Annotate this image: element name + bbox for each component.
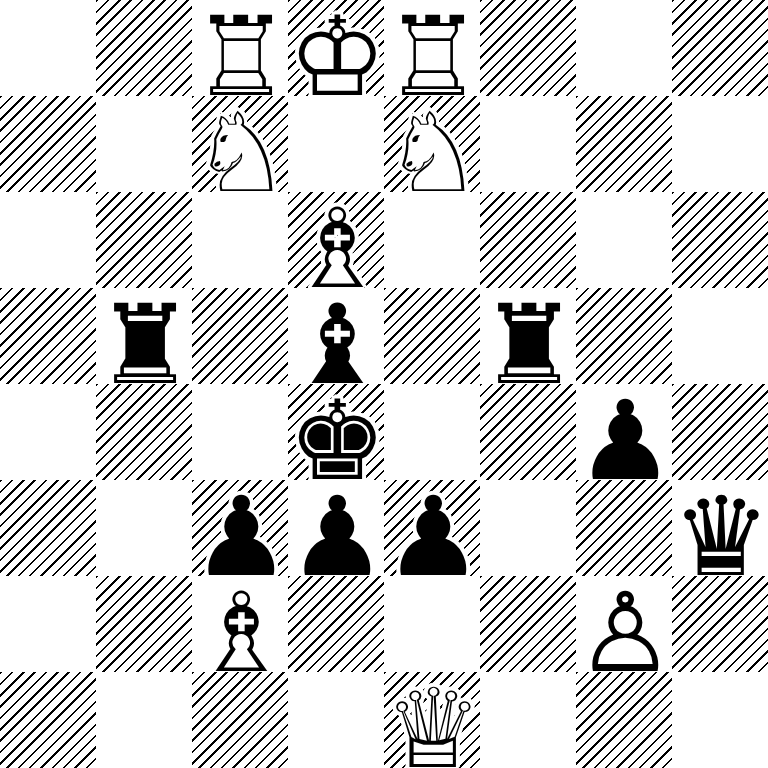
square-h2[interactable]: [672, 576, 768, 672]
white-queen-icon: ♕: [384, 674, 483, 768]
piece-black-pawn-c3[interactable]: ♟♟: [192, 480, 288, 576]
piece-white-bishop-d6[interactable]: ♝♗: [288, 192, 384, 288]
square-c4[interactable]: [192, 384, 288, 480]
square-g6[interactable]: [576, 192, 672, 288]
piece-black-king-d4[interactable]: ♚♚: [288, 384, 384, 480]
piece-black-rook-f5[interactable]: ♜♜: [480, 288, 576, 384]
piece-black-bishop-d5[interactable]: ♝♝: [288, 288, 384, 384]
square-e1[interactable]: ♛♕: [384, 672, 480, 768]
square-e8[interactable]: ♜♖: [384, 0, 480, 96]
square-h5[interactable]: [672, 288, 768, 384]
square-g7[interactable]: [576, 96, 672, 192]
square-c2[interactable]: ♝♗: [192, 576, 288, 672]
square-a7[interactable]: [0, 96, 96, 192]
square-b8[interactable]: [96, 0, 192, 96]
square-a4[interactable]: [0, 384, 96, 480]
square-h1[interactable]: [672, 672, 768, 768]
square-f2[interactable]: [480, 576, 576, 672]
square-d2[interactable]: [288, 576, 384, 672]
square-f1[interactable]: [480, 672, 576, 768]
square-e2[interactable]: [384, 576, 480, 672]
square-f3[interactable]: [480, 480, 576, 576]
piece-white-knight-e7[interactable]: ♞♘: [384, 96, 480, 192]
square-e4[interactable]: [384, 384, 480, 480]
square-d8[interactable]: ♚♔: [288, 0, 384, 96]
square-c1[interactable]: [192, 672, 288, 768]
square-b2[interactable]: [96, 576, 192, 672]
chessboard: ♜♖♚♔♜♖♞♘♞♘♝♗♜♜♝♝♜♜♚♚♟♟♟♟♟♟♟♟♛♛♝♗♟♙♛♕: [0, 0, 768, 768]
piece-white-pawn-g2[interactable]: ♟♙: [576, 576, 672, 672]
square-g5[interactable]: [576, 288, 672, 384]
square-d5[interactable]: ♝♝: [288, 288, 384, 384]
square-b1[interactable]: [96, 672, 192, 768]
piece-white-knight-c7[interactable]: ♞♘: [192, 96, 288, 192]
piece-white-rook-e8[interactable]: ♜♖: [384, 0, 480, 96]
square-d1[interactable]: [288, 672, 384, 768]
square-h3[interactable]: ♛♛: [672, 480, 768, 576]
square-a8[interactable]: [0, 0, 96, 96]
square-c7[interactable]: ♞♘: [192, 96, 288, 192]
square-a6[interactable]: [0, 192, 96, 288]
square-f8[interactable]: [480, 0, 576, 96]
piece-black-pawn-g4[interactable]: ♟♟: [576, 384, 672, 480]
piece-white-king-d8[interactable]: ♚♔: [288, 0, 384, 96]
square-a1[interactable]: [0, 672, 96, 768]
square-e5[interactable]: [384, 288, 480, 384]
square-g3[interactable]: [576, 480, 672, 576]
square-d4[interactable]: ♚♚: [288, 384, 384, 480]
square-e7[interactable]: ♞♘: [384, 96, 480, 192]
square-b7[interactable]: [96, 96, 192, 192]
square-g4[interactable]: ♟♟: [576, 384, 672, 480]
square-h8[interactable]: [672, 0, 768, 96]
square-d6[interactable]: ♝♗: [288, 192, 384, 288]
square-f5[interactable]: ♜♜: [480, 288, 576, 384]
square-f4[interactable]: [480, 384, 576, 480]
piece-black-pawn-e3[interactable]: ♟♟: [384, 480, 480, 576]
square-h7[interactable]: [672, 96, 768, 192]
square-c8[interactable]: ♜♖: [192, 0, 288, 96]
square-g1[interactable]: [576, 672, 672, 768]
square-b5[interactable]: ♜♜: [96, 288, 192, 384]
square-b3[interactable]: [96, 480, 192, 576]
square-e6[interactable]: [384, 192, 480, 288]
piece-black-queen-h3[interactable]: ♛♛: [672, 480, 768, 576]
square-f6[interactable]: [480, 192, 576, 288]
square-c3[interactable]: ♟♟: [192, 480, 288, 576]
square-g8[interactable]: [576, 0, 672, 96]
square-b6[interactable]: [96, 192, 192, 288]
piece-black-rook-b5[interactable]: ♜♜: [96, 288, 192, 384]
piece-white-rook-c8[interactable]: ♜♖: [192, 0, 288, 96]
square-g2[interactable]: ♟♙: [576, 576, 672, 672]
piece-white-bishop-c2[interactable]: ♝♗: [192, 576, 288, 672]
piece-white-queen-e1[interactable]: ♛♕: [384, 672, 480, 768]
square-d7[interactable]: [288, 96, 384, 192]
square-d3[interactable]: ♟♟: [288, 480, 384, 576]
square-b4[interactable]: [96, 384, 192, 480]
square-a3[interactable]: [0, 480, 96, 576]
square-h6[interactable]: [672, 192, 768, 288]
square-c6[interactable]: [192, 192, 288, 288]
square-e3[interactable]: ♟♟: [384, 480, 480, 576]
square-a5[interactable]: [0, 288, 96, 384]
square-f7[interactable]: [480, 96, 576, 192]
square-c5[interactable]: [192, 288, 288, 384]
square-a2[interactable]: [0, 576, 96, 672]
piece-black-pawn-d3[interactable]: ♟♟: [288, 480, 384, 576]
square-h4[interactable]: [672, 384, 768, 480]
